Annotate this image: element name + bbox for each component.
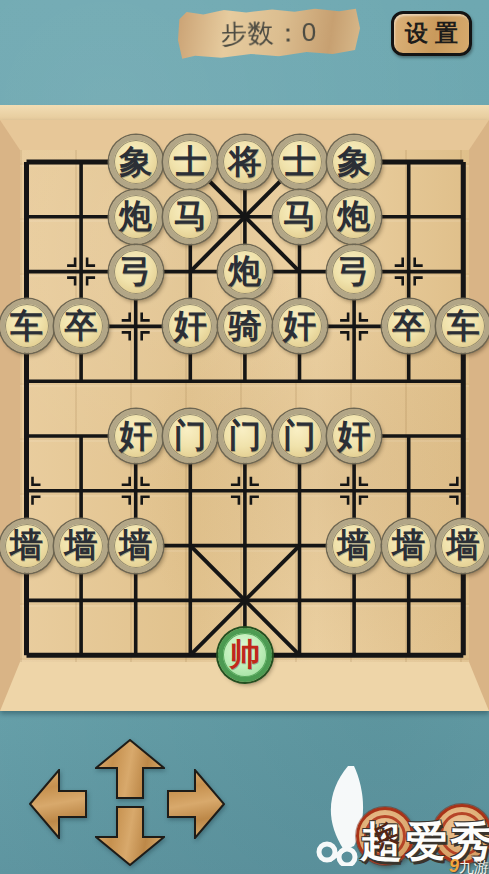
board-piece-骑: 骑 [218, 299, 272, 353]
board-piece-墙: 墙 [436, 519, 489, 573]
settings-button[interactable]: 设置 [391, 11, 472, 56]
steps-separator: ： [274, 15, 302, 51]
board-piece-炮: 炮 [218, 245, 272, 299]
board-piece-门: 门 [163, 409, 217, 463]
board-piece-墙: 墙 [0, 519, 54, 573]
steps-value: 0 [301, 16, 317, 47]
steps-counter: 步数：0 [175, 6, 362, 61]
steps-label: 步数 [220, 15, 275, 51]
player-general-piece[interactable]: 帅 [218, 628, 272, 682]
board-piece-奸: 奸 [327, 409, 381, 463]
right-arrow-icon [167, 769, 225, 839]
board-piece-将: 将 [218, 135, 272, 189]
game-screen: { "header": { "steps_label": "步数", "step… [0, 0, 489, 874]
board-piece-墙: 墙 [382, 519, 436, 573]
board-piece-车: 车 [436, 299, 489, 353]
board-piece-象: 象 [327, 135, 381, 189]
xiangqi-board: 象士将士象炮马马炮弓炮弓车卒奸骑奸卒车奸门门门奸墙墙墙墙墙墙帅 [0, 105, 489, 711]
board-piece-门: 门 [218, 409, 272, 463]
watermark-subtext: 9九游 [449, 856, 489, 874]
down-arrow-icon [95, 806, 165, 866]
board-piece-车: 车 [0, 299, 54, 353]
board-piece-墙: 墙 [327, 519, 381, 573]
board-grid [0, 105, 489, 711]
board-piece-弓: 弓 [327, 245, 381, 299]
left-arrow-button[interactable] [29, 769, 87, 839]
board-piece-马: 马 [273, 190, 327, 244]
right-arrow-button[interactable] [167, 769, 225, 839]
up-arrow-button[interactable] [95, 739, 165, 799]
watermark-badge: 9 [449, 856, 459, 874]
board-piece-门: 门 [273, 409, 327, 463]
board-piece-士: 士 [163, 135, 217, 189]
board-piece-象: 象 [109, 135, 163, 189]
board-piece-炮: 炮 [109, 190, 163, 244]
board-piece-卒: 卒 [382, 299, 436, 353]
up-arrow-icon [95, 739, 165, 799]
board-piece-奸: 奸 [109, 409, 163, 463]
board-piece-马: 马 [163, 190, 217, 244]
settings-label: 设置 [398, 18, 465, 49]
board-piece-弓: 弓 [109, 245, 163, 299]
board-piece-士: 士 [273, 135, 327, 189]
down-arrow-button[interactable] [95, 806, 165, 866]
board-piece-炮: 炮 [327, 190, 381, 244]
board-piece-墙: 墙 [109, 519, 163, 573]
board-piece-奸: 奸 [273, 299, 327, 353]
left-arrow-icon [29, 769, 87, 839]
board-piece-墙: 墙 [54, 519, 108, 573]
